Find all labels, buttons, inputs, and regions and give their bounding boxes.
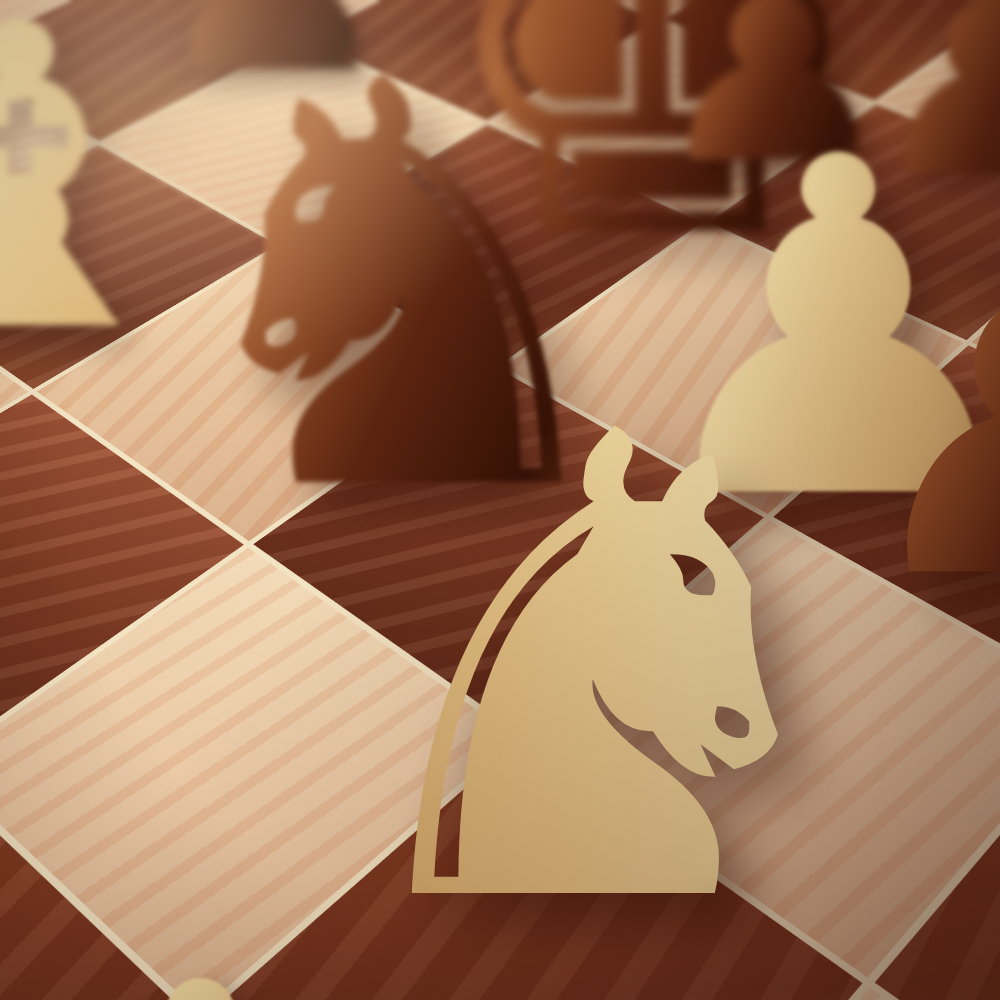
wooden-chess-set-photo: ♟ ♚ ♟ ♟ ♝ ♞ ♟ ♟ ♞ ♟ bbox=[0, 0, 1000, 1000]
chessboard bbox=[0, 0, 1000, 1000]
